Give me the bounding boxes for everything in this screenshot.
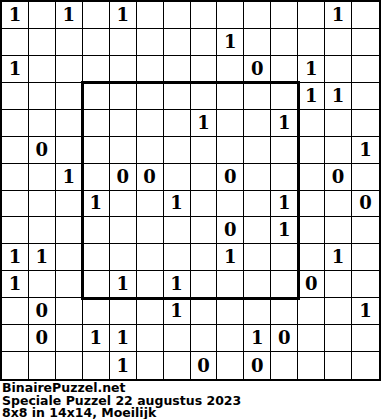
cell-r1c7[interactable] bbox=[191, 29, 218, 56]
cell-r6c13[interactable] bbox=[352, 164, 379, 191]
cell-r10c10[interactable] bbox=[271, 271, 298, 298]
cell-r3c2[interactable] bbox=[56, 83, 83, 110]
cell-r0c4: 1 bbox=[110, 2, 137, 29]
cell-r2c0: 1 bbox=[2, 56, 29, 83]
cell-r4c1[interactable] bbox=[29, 110, 56, 137]
cell-r5c8[interactable] bbox=[217, 137, 244, 164]
cell-r1c2[interactable] bbox=[56, 29, 83, 56]
cell-r11c3[interactable] bbox=[83, 298, 110, 325]
cell-r11c9[interactable] bbox=[244, 298, 271, 325]
cell-r5c0[interactable] bbox=[2, 137, 29, 164]
cell-r12c7[interactable] bbox=[191, 325, 218, 352]
cell-r9c8: 1 bbox=[217, 244, 244, 271]
cell-r11c7[interactable] bbox=[191, 298, 218, 325]
cell-r11c1: 0 bbox=[29, 298, 56, 325]
cell-r7c9[interactable] bbox=[244, 191, 271, 218]
cell-r8c3[interactable] bbox=[83, 217, 110, 244]
cell-r5c9[interactable] bbox=[244, 137, 271, 164]
cell-r6c5: 0 bbox=[137, 164, 164, 191]
cell-r4c0[interactable] bbox=[2, 110, 29, 137]
cell-r7c10: 1 bbox=[271, 191, 298, 218]
cell-r5c5[interactable] bbox=[137, 137, 164, 164]
cell-r10c0: 1 bbox=[2, 271, 29, 298]
cell-r4c7: 1 bbox=[191, 110, 218, 137]
cell-r9c4[interactable] bbox=[110, 244, 137, 271]
cell-r8c13[interactable] bbox=[352, 217, 379, 244]
cell-r10c13[interactable] bbox=[352, 271, 379, 298]
cell-r13c1[interactable] bbox=[29, 352, 56, 379]
cell-r3c5[interactable] bbox=[137, 83, 164, 110]
cell-r7c12[interactable] bbox=[325, 191, 352, 218]
cell-r4c11[interactable] bbox=[298, 110, 325, 137]
cell-r13c5[interactable] bbox=[137, 352, 164, 379]
cell-r0c12: 1 bbox=[325, 2, 352, 29]
cell-r10c9[interactable] bbox=[244, 271, 271, 298]
cell-r5c4[interactable] bbox=[110, 137, 137, 164]
cell-r2c7[interactable] bbox=[191, 56, 218, 83]
cell-r7c1[interactable] bbox=[29, 191, 56, 218]
puzzle-meta: 8x8 in 14x14, Moeilijk bbox=[2, 407, 381, 419]
cell-r7c6: 1 bbox=[164, 191, 191, 218]
cell-r1c11[interactable] bbox=[298, 29, 325, 56]
cell-r13c2[interactable] bbox=[56, 352, 83, 379]
caption: BinairePuzzel.net Speciale Puzzel 22 aug… bbox=[0, 381, 381, 419]
cell-r9c1: 1 bbox=[29, 244, 56, 271]
cell-r0c1[interactable] bbox=[29, 2, 56, 29]
cell-r11c6: 1 bbox=[164, 298, 191, 325]
cell-r6c0[interactable] bbox=[2, 164, 29, 191]
cell-r11c8[interactable] bbox=[217, 298, 244, 325]
cell-r12c4: 1 bbox=[110, 325, 137, 352]
cell-r4c12[interactable] bbox=[325, 110, 352, 137]
cell-r8c11[interactable] bbox=[298, 217, 325, 244]
cell-r0c8[interactable] bbox=[217, 2, 244, 29]
cell-r11c13: 1 bbox=[352, 298, 379, 325]
cell-r8c7[interactable] bbox=[191, 217, 218, 244]
cell-r7c5[interactable] bbox=[137, 191, 164, 218]
cell-r1c13[interactable] bbox=[352, 29, 379, 56]
cell-r3c12: 1 bbox=[325, 83, 352, 110]
cell-r10c2[interactable] bbox=[56, 271, 83, 298]
cell-r0c13[interactable] bbox=[352, 2, 379, 29]
cell-r12c6[interactable] bbox=[164, 325, 191, 352]
cell-r9c10[interactable] bbox=[271, 244, 298, 271]
cell-r7c4[interactable] bbox=[110, 191, 137, 218]
cell-r3c6[interactable] bbox=[164, 83, 191, 110]
cell-r12c3: 1 bbox=[83, 325, 110, 352]
cell-r12c12[interactable] bbox=[325, 325, 352, 352]
cell-r11c5[interactable] bbox=[137, 298, 164, 325]
cell-r2c8[interactable] bbox=[217, 56, 244, 83]
cell-r13c11[interactable] bbox=[298, 352, 325, 379]
cell-r8c12[interactable] bbox=[325, 217, 352, 244]
cell-r5c6[interactable] bbox=[164, 137, 191, 164]
cell-r10c8[interactable] bbox=[217, 271, 244, 298]
cell-r4c8[interactable] bbox=[217, 110, 244, 137]
cell-r6c1[interactable] bbox=[29, 164, 56, 191]
cell-r9c7[interactable] bbox=[191, 244, 218, 271]
cell-r12c0[interactable] bbox=[2, 325, 29, 352]
cell-r4c2[interactable] bbox=[56, 110, 83, 137]
cell-r6c7[interactable] bbox=[191, 164, 218, 191]
cell-r5c11[interactable] bbox=[298, 137, 325, 164]
cell-r6c4: 0 bbox=[110, 164, 137, 191]
cell-r6c8: 0 bbox=[217, 164, 244, 191]
cell-r1c5[interactable] bbox=[137, 29, 164, 56]
cell-r0c0: 1 bbox=[2, 2, 29, 29]
cell-r10c12[interactable] bbox=[325, 271, 352, 298]
cell-r11c0[interactable] bbox=[2, 298, 29, 325]
cell-r5c3[interactable] bbox=[83, 137, 110, 164]
cell-r11c11[interactable] bbox=[298, 298, 325, 325]
cell-r3c0[interactable] bbox=[2, 83, 29, 110]
cell-r1c0[interactable] bbox=[2, 29, 29, 56]
cell-r5c7[interactable] bbox=[191, 137, 218, 164]
cell-r0c7[interactable] bbox=[191, 2, 218, 29]
cell-r1c4[interactable] bbox=[110, 29, 137, 56]
cell-r10c7[interactable] bbox=[191, 271, 218, 298]
cell-r2c4[interactable] bbox=[110, 56, 137, 83]
cell-r0c10[interactable] bbox=[271, 2, 298, 29]
cell-r0c11[interactable] bbox=[298, 2, 325, 29]
puzzle-page: 1111110111110110000111001111111100110111… bbox=[0, 0, 381, 419]
cell-r9c9[interactable] bbox=[244, 244, 271, 271]
cell-r8c9[interactable] bbox=[244, 217, 271, 244]
cell-r8c2[interactable] bbox=[56, 217, 83, 244]
cell-r8c5[interactable] bbox=[137, 217, 164, 244]
cell-r3c10[interactable] bbox=[271, 83, 298, 110]
cell-r11c4[interactable] bbox=[110, 298, 137, 325]
cell-r2c11: 1 bbox=[298, 56, 325, 83]
cell-r2c10[interactable] bbox=[271, 56, 298, 83]
cell-r5c1: 0 bbox=[29, 137, 56, 164]
cell-r0c2: 1 bbox=[56, 2, 83, 29]
cell-r12c5[interactable] bbox=[137, 325, 164, 352]
cell-r8c6[interactable] bbox=[164, 217, 191, 244]
cell-r0c6[interactable] bbox=[164, 2, 191, 29]
cell-r4c6[interactable] bbox=[164, 110, 191, 137]
cell-r5c10[interactable] bbox=[271, 137, 298, 164]
cell-r6c9[interactable] bbox=[244, 164, 271, 191]
cell-r3c8[interactable] bbox=[217, 83, 244, 110]
cell-r3c4[interactable] bbox=[110, 83, 137, 110]
cell-r12c8[interactable] bbox=[217, 325, 244, 352]
cell-r7c7[interactable] bbox=[191, 191, 218, 218]
cell-r2c3[interactable] bbox=[83, 56, 110, 83]
cell-r7c2[interactable] bbox=[56, 191, 83, 218]
cell-r6c3[interactable] bbox=[83, 164, 110, 191]
cell-r9c13[interactable] bbox=[352, 244, 379, 271]
cell-r6c10[interactable] bbox=[271, 164, 298, 191]
cell-r4c13[interactable] bbox=[352, 110, 379, 137]
cell-r2c2[interactable] bbox=[56, 56, 83, 83]
cell-r7c8[interactable] bbox=[217, 191, 244, 218]
cell-r0c5[interactable] bbox=[137, 2, 164, 29]
cell-r13c0[interactable] bbox=[2, 352, 29, 379]
cell-r4c10: 1 bbox=[271, 110, 298, 137]
cell-r5c12[interactable] bbox=[325, 137, 352, 164]
cell-r12c1: 0 bbox=[29, 325, 56, 352]
cell-r12c9: 1 bbox=[244, 325, 271, 352]
cell-r7c11[interactable] bbox=[298, 191, 325, 218]
cell-r6c6[interactable] bbox=[164, 164, 191, 191]
cell-r1c8: 1 bbox=[217, 29, 244, 56]
cell-r7c0[interactable] bbox=[2, 191, 29, 218]
cell-r9c12: 1 bbox=[325, 244, 352, 271]
cell-r13c9: 0 bbox=[244, 352, 271, 379]
cell-r0c3[interactable] bbox=[83, 2, 110, 29]
cell-r6c12: 0 bbox=[325, 164, 352, 191]
cell-r11c2[interactable] bbox=[56, 298, 83, 325]
cell-r8c8: 0 bbox=[217, 217, 244, 244]
cell-r12c10: 0 bbox=[271, 325, 298, 352]
cell-r8c4[interactable] bbox=[110, 217, 137, 244]
cell-r5c13: 1 bbox=[352, 137, 379, 164]
cell-r3c9[interactable] bbox=[244, 83, 271, 110]
cell-r3c11: 1 bbox=[298, 83, 325, 110]
cell-r1c10[interactable] bbox=[271, 29, 298, 56]
cell-r10c6: 1 bbox=[164, 271, 191, 298]
cell-r9c11[interactable] bbox=[298, 244, 325, 271]
cell-r2c13[interactable] bbox=[352, 56, 379, 83]
cell-r8c10: 1 bbox=[271, 217, 298, 244]
cell-r10c3[interactable] bbox=[83, 271, 110, 298]
cell-r11c12[interactable] bbox=[325, 298, 352, 325]
cell-r10c11: 0 bbox=[298, 271, 325, 298]
binairo-board: 1111110111110110000111001111111100110111… bbox=[0, 0, 381, 381]
cell-r0c9[interactable] bbox=[244, 2, 271, 29]
cell-r7c3: 1 bbox=[83, 191, 110, 218]
cell-r12c13[interactable] bbox=[352, 325, 379, 352]
cell-r13c12[interactable] bbox=[325, 352, 352, 379]
cell-r9c0: 1 bbox=[2, 244, 29, 271]
cell-r4c4[interactable] bbox=[110, 110, 137, 137]
cell-r13c6[interactable] bbox=[164, 352, 191, 379]
cell-r12c2[interactable] bbox=[56, 325, 83, 352]
cell-r4c5[interactable] bbox=[137, 110, 164, 137]
cell-r12c11[interactable] bbox=[298, 325, 325, 352]
cell-r11c10[interactable] bbox=[271, 298, 298, 325]
cell-r4c3[interactable] bbox=[83, 110, 110, 137]
cell-r5c2[interactable] bbox=[56, 137, 83, 164]
cell-r1c12[interactable] bbox=[325, 29, 352, 56]
cell-r13c10[interactable] bbox=[271, 352, 298, 379]
cell-r10c5[interactable] bbox=[137, 271, 164, 298]
cell-r13c4: 1 bbox=[110, 352, 137, 379]
cell-r2c12[interactable] bbox=[325, 56, 352, 83]
cell-r4c9[interactable] bbox=[244, 110, 271, 137]
cell-r10c4: 1 bbox=[110, 271, 137, 298]
cell-r1c6[interactable] bbox=[164, 29, 191, 56]
cell-r13c3[interactable] bbox=[83, 352, 110, 379]
cell-r6c11[interactable] bbox=[298, 164, 325, 191]
cell-r13c7: 0 bbox=[191, 352, 218, 379]
cell-r1c1[interactable] bbox=[29, 29, 56, 56]
cell-r13c8[interactable] bbox=[217, 352, 244, 379]
cell-r2c9: 0 bbox=[244, 56, 271, 83]
cell-r3c7[interactable] bbox=[191, 83, 218, 110]
cell-r10c1[interactable] bbox=[29, 271, 56, 298]
cell-r9c6[interactable] bbox=[164, 244, 191, 271]
cell-r1c3[interactable] bbox=[83, 29, 110, 56]
cell-r9c2[interactable] bbox=[56, 244, 83, 271]
cell-r9c3[interactable] bbox=[83, 244, 110, 271]
cell-r8c0[interactable] bbox=[2, 217, 29, 244]
cell-r13c13[interactable] bbox=[352, 352, 379, 379]
cell-r9c5[interactable] bbox=[137, 244, 164, 271]
cell-r2c6[interactable] bbox=[164, 56, 191, 83]
cell-r3c1[interactable] bbox=[29, 83, 56, 110]
cell-r3c3[interactable] bbox=[83, 83, 110, 110]
cell-r8c1[interactable] bbox=[29, 217, 56, 244]
cell-r7c13: 0 bbox=[352, 191, 379, 218]
cell-r6c2: 1 bbox=[56, 164, 83, 191]
cell-r2c1[interactable] bbox=[29, 56, 56, 83]
cell-r3c13[interactable] bbox=[352, 83, 379, 110]
cell-r1c9[interactable] bbox=[244, 29, 271, 56]
cell-r2c5[interactable] bbox=[137, 56, 164, 83]
